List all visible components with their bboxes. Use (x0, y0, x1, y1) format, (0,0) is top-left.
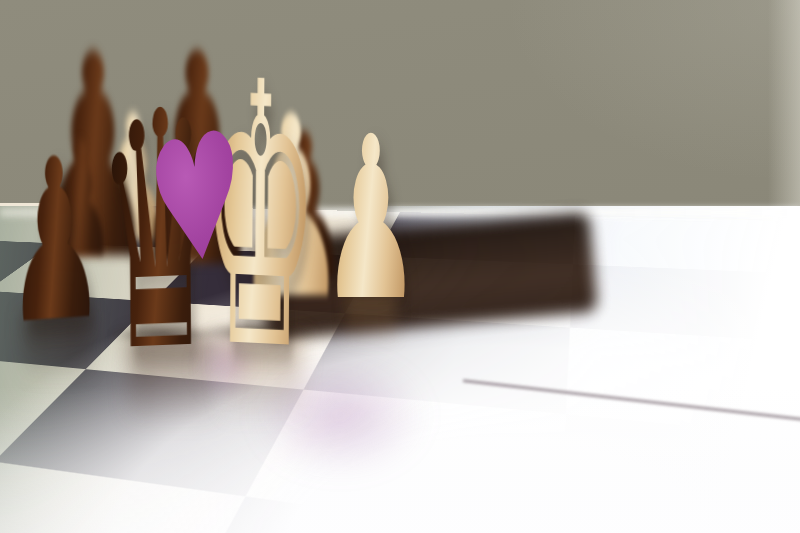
pieces-layer: ♟♟♟♟♟♟♟♛♚♟♥ (0, 0, 800, 533)
chess-photo-scene: ♟♟♟♟♟♟♟♛♚♟♥ (0, 0, 800, 533)
piece-dark-pawn-b5: ♟ (3, 127, 107, 357)
piece-light-pawn-g6: ♟ (321, 107, 422, 332)
paper-heart: ♥ (142, 104, 252, 295)
